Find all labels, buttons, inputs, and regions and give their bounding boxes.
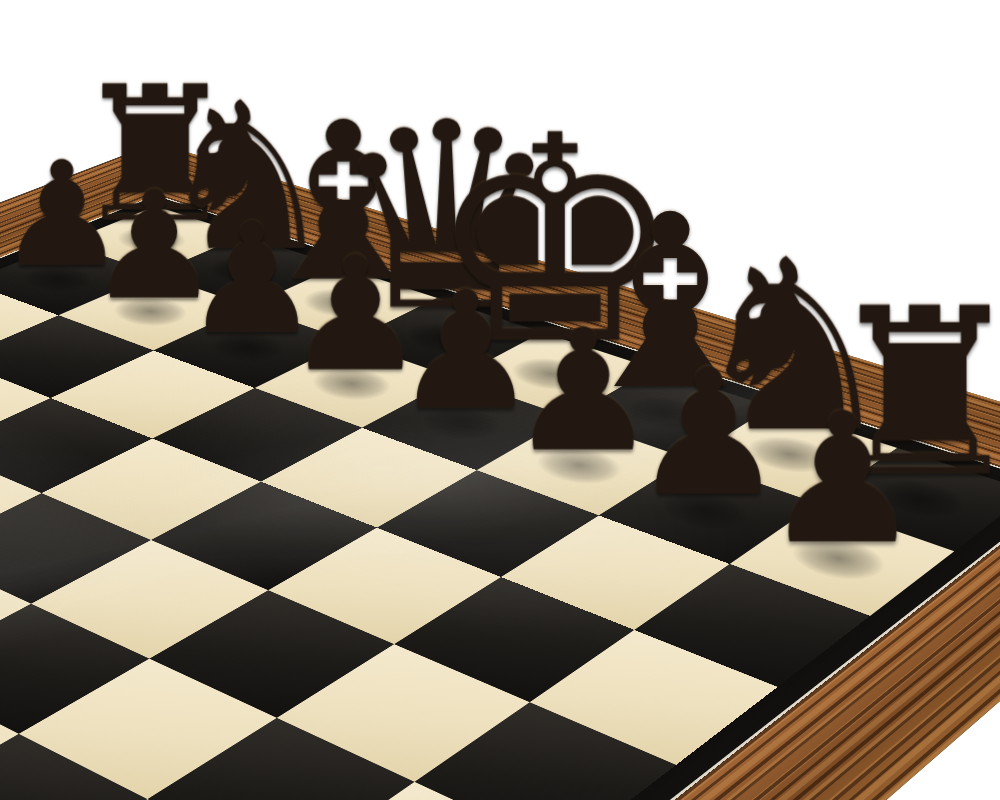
square-h7: ♟ bbox=[730, 504, 955, 616]
chess-board: ♜♞♝♛♚♝♞♜♟♟♟♟♟♟♟♟ bbox=[0, 143, 1000, 800]
square-c5 bbox=[0, 398, 152, 493]
product-photo-scene: ♜♞♝♛♚♝♞♜♟♟♟♟♟♟♟♟ bbox=[0, 0, 1000, 800]
black-pawn-glyph: ♟ bbox=[680, 389, 1000, 569]
